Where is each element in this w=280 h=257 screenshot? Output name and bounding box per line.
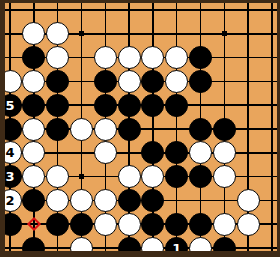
- go-stone-black: [141, 70, 164, 93]
- go-stone-white: [141, 165, 164, 188]
- go-stone-white: [165, 70, 188, 93]
- go-stone-white: [118, 70, 141, 93]
- go-stone-black: [46, 213, 69, 236]
- go-stone-black: [165, 165, 188, 188]
- go-stone-black: [5, 118, 22, 141]
- go-stone-black: [189, 213, 212, 236]
- go-stone-white: [189, 237, 212, 252]
- go-stone-white: [118, 213, 141, 236]
- go-stone-white: [141, 237, 164, 252]
- go-stone-black: [213, 118, 236, 141]
- go-stone-white: [46, 22, 69, 45]
- go-stone-white: [22, 70, 45, 93]
- go-stone-black: [141, 141, 164, 164]
- go-stone-black: [22, 46, 45, 69]
- go-stone-black: [189, 46, 212, 69]
- go-stone-white: [213, 141, 236, 164]
- go-stone-white: [237, 189, 260, 212]
- go-stone-white: [5, 70, 22, 93]
- go-stone-black: [118, 118, 141, 141]
- go-stone-black: [46, 70, 69, 93]
- go-stone-black: [118, 237, 141, 252]
- go-stone-white: [70, 118, 93, 141]
- go-stone-black: [141, 189, 164, 212]
- go-stone-black: [189, 118, 212, 141]
- go-stone-black: [189, 70, 212, 93]
- grid-line-vertical: [271, 3, 273, 251]
- go-stone-white: [46, 189, 69, 212]
- go-stone-black: [165, 94, 188, 117]
- star-point: [79, 31, 84, 36]
- go-stone-black: [22, 237, 45, 252]
- go-stone-white: [46, 165, 69, 188]
- go-stone-black: 5: [5, 94, 22, 117]
- go-stone-white: [22, 165, 45, 188]
- go-stone-black: 1: [165, 237, 188, 252]
- go-stone-black: [189, 165, 212, 188]
- go-stone-white: [237, 213, 260, 236]
- go-stone-black: [70, 213, 93, 236]
- go-stone-white: [213, 213, 236, 236]
- go-stone-black: [22, 189, 45, 212]
- go-stone-black: [165, 141, 188, 164]
- go-stone-white: [70, 189, 93, 212]
- go-stone-white: [22, 22, 45, 45]
- go-stone-white: [141, 46, 164, 69]
- go-stone-white: [118, 46, 141, 69]
- go-stone-white: [22, 118, 45, 141]
- go-stone-white: [70, 237, 93, 252]
- go-stone-white: [94, 189, 117, 212]
- go-stone-black: 3: [5, 165, 22, 188]
- diamond-marker: [27, 217, 41, 231]
- go-stone-white: [118, 165, 141, 188]
- go-stone-black: [118, 94, 141, 117]
- star-point: [79, 174, 84, 179]
- grid-line-horizontal: [5, 9, 277, 11]
- go-stone-white: [189, 141, 212, 164]
- go-stone-black: [94, 70, 117, 93]
- go-stone-white: [22, 141, 45, 164]
- go-stone-black: [46, 94, 69, 117]
- go-stone-white: [94, 118, 117, 141]
- go-stone-black: [165, 213, 188, 236]
- go-stone-white: [46, 46, 69, 69]
- go-stone-white: [165, 46, 188, 69]
- go-stone-black: [5, 213, 22, 236]
- go-stone-black: [213, 237, 236, 252]
- go-stone-white: [94, 141, 117, 164]
- go-stone-white: [94, 46, 117, 69]
- go-stone-white: 4: [5, 141, 22, 164]
- go-stone-black: [141, 94, 164, 117]
- go-stone-black: [46, 118, 69, 141]
- go-stone-white: [213, 165, 236, 188]
- go-stone-black: [22, 94, 45, 117]
- star-point: [222, 31, 227, 36]
- go-board[interactable]: 54321: [5, 3, 277, 251]
- go-stone-black: [118, 189, 141, 212]
- go-stone-white: 2: [5, 189, 22, 212]
- go-stone-black: [94, 94, 117, 117]
- go-stone-white: [94, 213, 117, 236]
- diagram-frame: 54321: [0, 0, 280, 257]
- go-stone-black: [141, 213, 164, 236]
